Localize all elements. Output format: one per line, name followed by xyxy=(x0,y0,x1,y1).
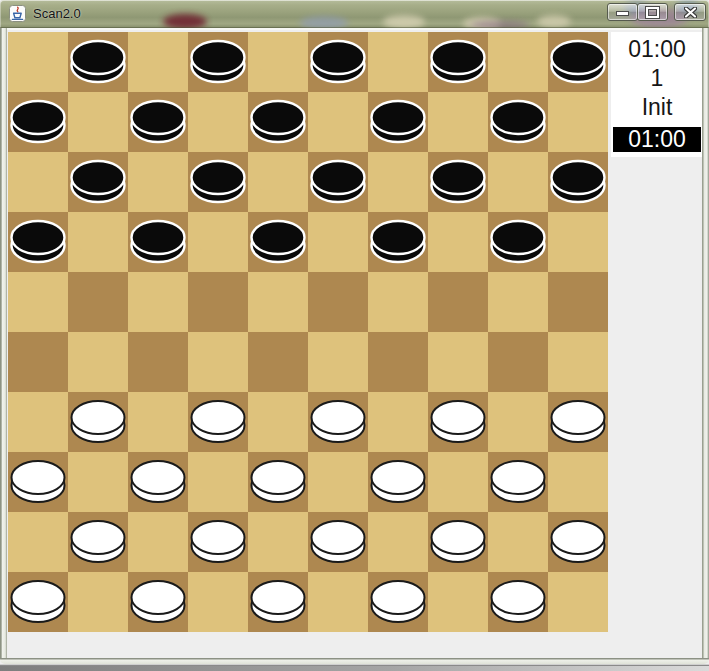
square-39[interactable] xyxy=(368,452,428,512)
square-light-r5c9[interactable] xyxy=(488,272,548,332)
white-man-piece[interactable] xyxy=(128,572,188,632)
black-man-piece[interactable] xyxy=(128,212,188,272)
title-bar[interactable]: Scan2.0 xyxy=(0,0,709,28)
white-man-piece[interactable] xyxy=(428,512,488,572)
square-6[interactable] xyxy=(8,92,68,152)
square-light-r8c6[interactable] xyxy=(308,452,368,512)
application-window: Scan2.0 01:00 1 Init 01:00 xyxy=(0,0,709,671)
clock-panel: 01:00 1 Init 01:00 xyxy=(611,32,703,157)
black-man-piece[interactable] xyxy=(188,32,248,92)
black-man-piece[interactable] xyxy=(428,32,488,92)
white-man-piece[interactable] xyxy=(308,392,368,452)
square-2[interactable] xyxy=(188,32,248,92)
square-40[interactable] xyxy=(488,452,548,512)
engine-state: Init xyxy=(611,93,703,122)
square-light-r2c6[interactable] xyxy=(308,92,368,152)
square-36[interactable] xyxy=(8,452,68,512)
black-man-piece[interactable] xyxy=(8,92,68,152)
white-man-piece[interactable] xyxy=(188,512,248,572)
black-man-piece[interactable] xyxy=(68,32,128,92)
square-light-r3c3[interactable] xyxy=(128,152,188,212)
square-21[interactable] xyxy=(68,272,128,332)
white-man-piece[interactable] xyxy=(8,452,68,512)
maximize-icon xyxy=(646,7,659,18)
white-man-piece[interactable] xyxy=(68,392,128,452)
square-33[interactable] xyxy=(308,392,368,452)
white-man-piece[interactable] xyxy=(488,572,548,632)
move-number: 1 xyxy=(611,64,703,93)
white-man-piece[interactable] xyxy=(488,452,548,512)
white-man-piece[interactable] xyxy=(248,452,308,512)
square-light-r6c2[interactable] xyxy=(68,332,128,392)
square-26[interactable] xyxy=(8,332,68,392)
square-light-r4c8[interactable] xyxy=(428,212,488,272)
black-man-piece[interactable] xyxy=(428,152,488,212)
black-man-piece[interactable] xyxy=(308,152,368,212)
white-man-piece[interactable] xyxy=(248,572,308,632)
white-man-piece[interactable] xyxy=(548,392,608,452)
square-15[interactable] xyxy=(548,152,608,212)
square-light-r4c4[interactable] xyxy=(188,212,248,272)
square-light-r3c1[interactable] xyxy=(8,152,68,212)
square-light-r1c9[interactable] xyxy=(488,32,548,92)
square-24[interactable] xyxy=(428,272,488,332)
square-light-r1c7[interactable] xyxy=(368,32,428,92)
square-light-r4c6[interactable] xyxy=(308,212,368,272)
square-35[interactable] xyxy=(548,392,608,452)
black-man-piece[interactable] xyxy=(548,32,608,92)
black-man-piece[interactable] xyxy=(8,212,68,272)
square-45[interactable] xyxy=(548,512,608,572)
square-41[interactable] xyxy=(68,512,128,572)
square-38[interactable] xyxy=(248,452,308,512)
square-light-r1c3[interactable] xyxy=(128,32,188,92)
square-43[interactable] xyxy=(308,512,368,572)
black-clock-highlighted: 01:00 xyxy=(613,127,701,152)
square-9[interactable] xyxy=(368,92,428,152)
square-light-r6c4[interactable] xyxy=(188,332,248,392)
square-27[interactable] xyxy=(128,332,188,392)
square-light-r3c5[interactable] xyxy=(248,152,308,212)
square-25[interactable] xyxy=(548,272,608,332)
square-light-r9c5[interactable] xyxy=(248,512,308,572)
black-man-piece[interactable] xyxy=(248,92,308,152)
square-1[interactable] xyxy=(68,32,128,92)
white-man-piece[interactable] xyxy=(368,452,428,512)
client-area: 01:00 1 Init 01:00 xyxy=(7,28,702,660)
black-man-piece[interactable] xyxy=(128,92,188,152)
black-man-piece[interactable] xyxy=(488,212,548,272)
square-light-r8c4[interactable] xyxy=(188,452,248,512)
square-light-r1c1[interactable] xyxy=(8,32,68,92)
square-light-r7c3[interactable] xyxy=(128,392,188,452)
white-man-piece[interactable] xyxy=(8,572,68,632)
square-17[interactable] xyxy=(128,212,188,272)
minimize-button[interactable] xyxy=(607,3,638,21)
square-light-r4c10[interactable] xyxy=(548,212,608,272)
square-4[interactable] xyxy=(428,32,488,92)
square-light-r5c5[interactable] xyxy=(248,272,308,332)
square-light-r2c10[interactable] xyxy=(548,92,608,152)
square-light-r10c10[interactable] xyxy=(548,572,608,632)
white-man-piece[interactable] xyxy=(428,392,488,452)
square-49[interactable] xyxy=(368,572,428,632)
square-10[interactable] xyxy=(488,92,548,152)
square-light-r7c7[interactable] xyxy=(368,392,428,452)
square-46[interactable] xyxy=(8,572,68,632)
desktop-blur-blob xyxy=(163,14,207,28)
black-man-piece[interactable] xyxy=(368,212,428,272)
white-man-piece[interactable] xyxy=(128,452,188,512)
white-man-piece[interactable] xyxy=(68,512,128,572)
square-32[interactable] xyxy=(188,392,248,452)
square-light-r2c4[interactable] xyxy=(188,92,248,152)
square-47[interactable] xyxy=(128,572,188,632)
close-icon xyxy=(684,7,697,18)
square-light-r10c4[interactable] xyxy=(188,572,248,632)
window-title: Scan2.0 xyxy=(33,6,81,21)
black-man-piece[interactable] xyxy=(308,32,368,92)
square-48[interactable] xyxy=(248,572,308,632)
square-light-r10c8[interactable] xyxy=(428,572,488,632)
square-light-r3c9[interactable] xyxy=(488,152,548,212)
white-man-piece[interactable] xyxy=(308,512,368,572)
square-22[interactable] xyxy=(188,272,248,332)
square-light-r9c1[interactable] xyxy=(8,512,68,572)
square-light-r9c7[interactable] xyxy=(368,512,428,572)
square-light-r7c5[interactable] xyxy=(248,392,308,452)
square-light-r8c10[interactable] xyxy=(548,452,608,512)
white-clock: 01:00 xyxy=(611,35,703,64)
square-50[interactable] xyxy=(488,572,548,632)
square-18[interactable] xyxy=(248,212,308,272)
window-border-right xyxy=(702,28,709,658)
square-29[interactable] xyxy=(368,332,428,392)
square-31[interactable] xyxy=(68,392,128,452)
square-3[interactable] xyxy=(308,32,368,92)
taskbar-edge xyxy=(0,664,709,671)
square-light-r10c2[interactable] xyxy=(68,572,128,632)
square-23[interactable] xyxy=(308,272,368,332)
square-light-r6c6[interactable] xyxy=(308,332,368,392)
square-light-r2c2[interactable] xyxy=(68,92,128,152)
square-44[interactable] xyxy=(428,512,488,572)
square-13[interactable] xyxy=(308,152,368,212)
square-light-r7c9[interactable] xyxy=(488,392,548,452)
square-light-r9c9[interactable] xyxy=(488,512,548,572)
square-19[interactable] xyxy=(368,212,428,272)
white-man-piece[interactable] xyxy=(368,572,428,632)
square-light-r6c10[interactable] xyxy=(548,332,608,392)
square-light-r5c3[interactable] xyxy=(128,272,188,332)
square-28[interactable] xyxy=(248,332,308,392)
square-8[interactable] xyxy=(248,92,308,152)
java-coffee-cup-icon xyxy=(9,5,26,22)
window-border-left xyxy=(0,28,7,658)
close-button[interactable] xyxy=(674,3,706,21)
square-20[interactable] xyxy=(488,212,548,272)
square-light-r5c7[interactable] xyxy=(368,272,428,332)
white-man-piece[interactable] xyxy=(548,512,608,572)
square-light-r1c5[interactable] xyxy=(248,32,308,92)
square-5[interactable] xyxy=(548,32,608,92)
square-12[interactable] xyxy=(188,152,248,212)
black-man-piece[interactable] xyxy=(248,212,308,272)
square-light-r4c2[interactable] xyxy=(68,212,128,272)
square-37[interactable] xyxy=(128,452,188,512)
black-man-piece[interactable] xyxy=(488,92,548,152)
square-30[interactable] xyxy=(488,332,548,392)
square-42[interactable] xyxy=(188,512,248,572)
square-light-r2c8[interactable] xyxy=(428,92,488,152)
black-man-piece[interactable] xyxy=(188,152,248,212)
square-16[interactable] xyxy=(8,212,68,272)
square-light-r3c7[interactable] xyxy=(368,152,428,212)
draughts-board[interactable] xyxy=(8,32,608,632)
square-14[interactable] xyxy=(428,152,488,212)
square-7[interactable] xyxy=(128,92,188,152)
maximize-button[interactable] xyxy=(637,3,668,21)
square-light-r6c8[interactable] xyxy=(428,332,488,392)
black-man-piece[interactable] xyxy=(368,92,428,152)
square-light-r7c1[interactable] xyxy=(8,392,68,452)
square-34[interactable] xyxy=(428,392,488,452)
black-man-piece[interactable] xyxy=(548,152,608,212)
square-light-r8c8[interactable] xyxy=(428,452,488,512)
square-light-r5c1[interactable] xyxy=(8,272,68,332)
square-11[interactable] xyxy=(68,152,128,212)
white-man-piece[interactable] xyxy=(188,392,248,452)
minimize-icon xyxy=(616,11,629,16)
square-light-r8c2[interactable] xyxy=(68,452,128,512)
square-light-r9c3[interactable] xyxy=(128,512,188,572)
black-man-piece[interactable] xyxy=(68,152,128,212)
square-light-r10c6[interactable] xyxy=(308,572,368,632)
